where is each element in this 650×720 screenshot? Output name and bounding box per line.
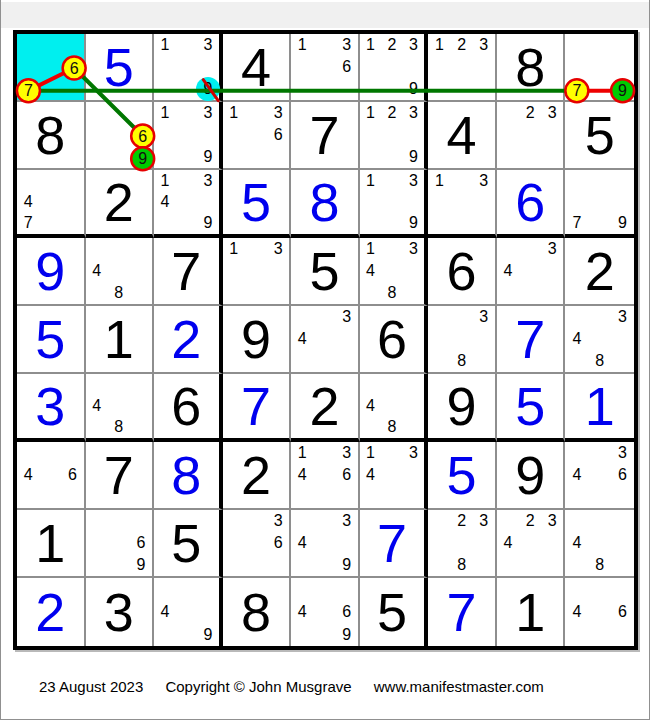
candidate-digit: 2 (451, 510, 473, 532)
cell-r4c5[interactable]: 5 (291, 238, 360, 306)
candidate-digit: 3 (611, 306, 634, 328)
candidate-digit: 1 (291, 442, 313, 464)
candidate-digit: 8 (588, 350, 611, 372)
cell-r9c9[interactable]: 46 (565, 578, 634, 646)
cell-r6c3[interactable]: 6 (154, 374, 223, 442)
candidate-digit: 7 (565, 213, 588, 234)
cell-r5c5[interactable]: 34 (291, 306, 360, 374)
cell-r8c9[interactable]: 48 (565, 510, 634, 578)
solved-digit: 7 (223, 374, 290, 438)
candidate-digit: 1 (223, 102, 245, 124)
cell-r8c4[interactable]: 36 (223, 510, 292, 578)
given-digit: 8 (17, 102, 84, 168)
candidate-digit: 4 (291, 464, 313, 486)
given-digit: 7 (291, 102, 358, 168)
candidate-digit: 6 (611, 464, 634, 486)
given-digit: 6 (428, 238, 495, 304)
candidate-digit: 3 (336, 306, 358, 328)
candidate-digit: 2 (381, 34, 403, 56)
candidate-digit: 9 (197, 213, 219, 234)
cell-r6c7[interactable]: 9 (428, 374, 497, 442)
candidate-digit: 3 (197, 34, 219, 56)
candidate-digit: 1 (154, 102, 176, 124)
cell-r7c2[interactable]: 7 (86, 442, 155, 510)
cell-r1c2[interactable]: 5 (86, 34, 155, 102)
cell-r1c8[interactable]: 8 (497, 34, 566, 102)
solver-window: 5139413612391238813913671239423547213495… (0, 0, 650, 720)
solved-digit: 5 (497, 374, 564, 438)
cell-r8c6[interactable]: 7 (360, 510, 429, 578)
candidate-digit: 1 (428, 34, 450, 56)
solved-digit: 9 (17, 238, 84, 304)
solved-digit: 7 (360, 510, 425, 576)
candidate-digit: 4 (291, 328, 313, 350)
solved-digit: 8 (291, 170, 358, 234)
candidate-digit: 3 (541, 102, 563, 124)
cell-r4c2[interactable]: 48 (86, 238, 155, 306)
cell-r8c8[interactable]: 234 (497, 510, 566, 578)
cell-r9c4[interactable]: 8 (223, 578, 292, 646)
cell-r5c8[interactable]: 7 (497, 306, 566, 374)
given-digit: 3 (86, 578, 153, 646)
given-digit: 2 (223, 442, 290, 508)
cell-r5c3[interactable]: 2 (154, 306, 223, 374)
candidate-digit: 9 (197, 78, 219, 100)
cell-r4c9[interactable]: 2 (565, 238, 634, 306)
candidate-digit: 9 (197, 146, 219, 168)
cell-r2c6[interactable]: 1239 (360, 102, 429, 170)
cell-r1c9[interactable] (565, 34, 634, 102)
solved-digit: 1 (565, 374, 634, 438)
candidate-digit: 9 (611, 213, 634, 234)
given-digit: 9 (223, 306, 290, 372)
candidate-digit: 6 (611, 601, 634, 624)
cell-r8c3[interactable]: 5 (154, 510, 223, 578)
candidate-digit: 1 (360, 34, 382, 56)
candidate-digit: 4 (360, 395, 382, 416)
cell-r2c8[interactable]: 23 (497, 102, 566, 170)
candidate-digit: 6 (336, 601, 358, 624)
cell-r2c7[interactable]: 4 (428, 102, 497, 170)
cell-r2c4[interactable]: 136 (223, 102, 292, 170)
cell-r5c7[interactable]: 38 (428, 306, 497, 374)
candidate-digit: 6 (267, 532, 289, 554)
candidate-digit: 4 (154, 191, 176, 212)
cell-r9c6[interactable]: 5 (360, 578, 429, 646)
cell-r7c7[interactable]: 5 (428, 442, 497, 510)
candidate-digit: 1 (154, 34, 176, 56)
cell-r3c4[interactable]: 5 (223, 170, 292, 238)
candidate-digit: 1 (360, 170, 382, 191)
cell-r3c9[interactable]: 79 (565, 170, 634, 238)
candidate-digit: 3 (267, 510, 289, 532)
cell-r9c7[interactable]: 7 (428, 578, 497, 646)
given-digit: 5 (291, 238, 358, 304)
candidate-digit: 9 (130, 554, 152, 576)
candidate-digit: 4 (565, 328, 588, 350)
solved-digit: 5 (223, 170, 290, 234)
cell-r5c1[interactable]: 5 (17, 306, 86, 374)
candidate-digit: 7 (17, 213, 39, 234)
candidate-digit: 9 (197, 623, 219, 646)
candidate-digit: 8 (381, 417, 403, 438)
candidate-digit: 8 (108, 282, 130, 304)
cell-r8c1[interactable]: 1 (17, 510, 86, 578)
candidate-digit: 6 (130, 532, 152, 554)
cell-r6c8[interactable]: 5 (497, 374, 566, 442)
candidate-digit: 2 (519, 102, 541, 124)
cell-r7c9[interactable]: 346 (565, 442, 634, 510)
cell-r3c7[interactable]: 13 (428, 170, 497, 238)
cell-r4c8[interactable]: 34 (497, 238, 566, 306)
candidate-digit: 4 (360, 260, 382, 282)
candidate-digit: 3 (541, 510, 563, 532)
candidate-digit: 4 (497, 532, 519, 554)
given-digit: 5 (565, 102, 634, 168)
footer-copyright: Copyright © John Musgrave (165, 678, 351, 695)
cell-r5c2[interactable]: 1 (86, 306, 155, 374)
candidate-digit: 4 (565, 532, 588, 554)
candidate-digit: 1 (360, 442, 382, 464)
candidate-digit: 9 (403, 146, 425, 168)
candidate-digit: 3 (611, 442, 634, 464)
candidate-digit: 9 (336, 554, 358, 576)
cell-r4c4[interactable]: 13 (223, 238, 292, 306)
solved-digit: 2 (154, 306, 219, 372)
cell-r3c5[interactable]: 8 (291, 170, 360, 238)
cell-r9c1[interactable]: 2 (17, 578, 86, 646)
cell-r1c7[interactable]: 123 (428, 34, 497, 102)
cell-r6c1[interactable]: 3 (17, 374, 86, 442)
cell-r8c7[interactable]: 238 (428, 510, 497, 578)
candidate-digit: 8 (381, 282, 403, 304)
solved-digit: 7 (497, 306, 564, 372)
cell-r3c2[interactable]: 2 (86, 170, 155, 238)
cell-r1c1[interactable] (17, 34, 86, 102)
given-digit: 9 (428, 374, 495, 438)
cell-r9c2[interactable]: 3 (86, 578, 155, 646)
candidate-digit: 2 (381, 102, 403, 124)
cell-r1c4[interactable]: 4 (223, 34, 292, 102)
solved-digit: 2 (17, 578, 84, 646)
cell-r8c2[interactable]: 69 (86, 510, 155, 578)
cell-r6c2[interactable]: 48 (86, 374, 155, 442)
cell-r3c8[interactable]: 6 (497, 170, 566, 238)
cell-r2c3[interactable]: 139 (154, 102, 223, 170)
solved-digit: 7 (428, 578, 495, 646)
solved-digit: 5 (86, 34, 153, 100)
candidate-digit: 3 (473, 306, 495, 328)
cell-r9c3[interactable]: 49 (154, 578, 223, 646)
candidate-digit: 4 (86, 260, 108, 282)
solved-digit: 6 (497, 170, 564, 234)
sudoku-board: 5139413612391238813913671239423547213495… (13, 30, 638, 650)
candidate-digit: 3 (197, 102, 219, 124)
cell-r6c4[interactable]: 7 (223, 374, 292, 442)
cell-r4c3[interactable]: 7 (154, 238, 223, 306)
candidate-digit: 4 (565, 464, 588, 486)
candidate-digit: 9 (403, 78, 425, 100)
cell-r6c9[interactable]: 1 (565, 374, 634, 442)
candidate-digit: 8 (451, 350, 473, 372)
candidate-digit: 3 (473, 170, 495, 191)
given-digit: 8 (497, 34, 564, 100)
window-toolbar-strip (1, 0, 649, 28)
candidate-digit: 4 (17, 464, 39, 486)
cell-r1c5[interactable]: 136 (291, 34, 360, 102)
candidate-digit: 3 (403, 238, 425, 260)
candidate-digit: 3 (197, 170, 219, 191)
candidate-digit: 8 (451, 554, 473, 576)
cell-r4c7[interactable]: 6 (428, 238, 497, 306)
given-digit: 2 (291, 374, 358, 438)
candidate-digit: 3 (336, 34, 358, 56)
cell-r3c3[interactable]: 1349 (154, 170, 223, 238)
candidate-digit: 4 (497, 260, 519, 282)
candidate-digit: 6 (61, 464, 83, 486)
given-digit: 4 (223, 34, 290, 100)
cell-r5c6[interactable]: 6 (360, 306, 429, 374)
candidate-digit: 3 (267, 102, 289, 124)
given-digit: 2 (565, 238, 634, 304)
given-digit: 8 (223, 578, 290, 646)
cell-r5c4[interactable]: 9 (223, 306, 292, 374)
cell-r7c4[interactable]: 2 (223, 442, 292, 510)
candidate-digit: 2 (519, 510, 541, 532)
cell-r3c1[interactable]: 47 (17, 170, 86, 238)
candidate-digit: 4 (154, 601, 176, 624)
footer: 23 August 2023 Copyright © John Musgrave… (39, 678, 562, 695)
cell-r8c5[interactable]: 349 (291, 510, 360, 578)
cell-r7c1[interactable]: 46 (17, 442, 86, 510)
solved-digit: 8 (154, 442, 219, 508)
candidate-digit: 1 (360, 238, 382, 260)
candidate-digit: 1 (223, 238, 245, 260)
candidate-digit: 3 (403, 170, 425, 191)
candidate-digit: 9 (403, 213, 425, 234)
candidate-digit: 6 (336, 56, 358, 78)
cell-r6c5[interactable]: 2 (291, 374, 360, 442)
candidate-digit: 9 (336, 623, 358, 646)
candidate-digit: 3 (541, 238, 563, 260)
candidate-digit: 1 (428, 170, 450, 191)
given-digit: 7 (86, 442, 153, 508)
cell-r1c6[interactable]: 1239 (360, 34, 429, 102)
candidate-digit: 4 (86, 395, 108, 416)
cell-r4c1[interactable]: 9 (17, 238, 86, 306)
candidate-digit: 4 (17, 191, 39, 212)
candidate-digit: 3 (336, 442, 358, 464)
candidate-digit: 2 (451, 34, 473, 56)
footer-website: www.manifestmaster.com (374, 678, 544, 695)
given-digit: 5 (360, 578, 425, 646)
cell-r9c5[interactable]: 469 (291, 578, 360, 646)
candidate-digit: 3 (403, 442, 425, 464)
cell-r7c3[interactable]: 8 (154, 442, 223, 510)
cell-r4c6[interactable]: 1348 (360, 238, 429, 306)
given-digit: 6 (360, 306, 425, 372)
candidate-digit: 1 (360, 102, 382, 124)
candidate-digit: 3 (403, 34, 425, 56)
candidate-digit: 3 (473, 510, 495, 532)
candidate-digit: 6 (336, 464, 358, 486)
cell-r7c5[interactable]: 1346 (291, 442, 360, 510)
solved-digit: 3 (17, 374, 84, 438)
candidate-digit: 3 (403, 102, 425, 124)
candidate-digit: 6 (267, 124, 289, 146)
candidate-digit: 4 (565, 601, 588, 624)
candidate-digit: 4 (360, 464, 382, 486)
cell-r2c9[interactable]: 5 (565, 102, 634, 170)
given-digit: 1 (497, 578, 564, 646)
candidate-digit: 1 (291, 34, 313, 56)
cell-r9c8[interactable]: 1 (497, 578, 566, 646)
given-digit: 5 (154, 510, 219, 576)
candidate-digit: 8 (588, 554, 611, 576)
candidate-digit: 3 (336, 510, 358, 532)
cell-r1c3[interactable]: 139 (154, 34, 223, 102)
candidate-digit: 4 (291, 532, 313, 554)
cell-r7c6[interactable]: 134 (360, 442, 429, 510)
given-digit: 9 (497, 442, 564, 508)
footer-date: 23 August 2023 (39, 678, 143, 695)
cell-r2c2[interactable] (86, 102, 155, 170)
given-digit: 2 (86, 170, 153, 234)
cell-r2c5[interactable]: 7 (291, 102, 360, 170)
given-digit: 1 (86, 306, 153, 372)
given-digit: 6 (154, 374, 219, 438)
solved-digit: 5 (428, 442, 495, 508)
cell-r2c1[interactable]: 8 (17, 102, 86, 170)
candidate-digit: 8 (108, 417, 130, 438)
given-digit: 7 (154, 238, 219, 304)
solved-digit: 5 (17, 306, 84, 372)
given-digit: 1 (17, 510, 84, 576)
candidate-digit: 4 (291, 601, 313, 624)
candidate-digit: 3 (267, 238, 289, 260)
cell-r7c8[interactable]: 9 (497, 442, 566, 510)
given-digit: 4 (428, 102, 495, 168)
candidate-digit: 3 (473, 34, 495, 56)
cell-r3c6[interactable]: 139 (360, 170, 429, 238)
candidate-digit: 1 (154, 170, 176, 191)
cell-r5c9[interactable]: 348 (565, 306, 634, 374)
cell-r6c6[interactable]: 48 (360, 374, 429, 442)
